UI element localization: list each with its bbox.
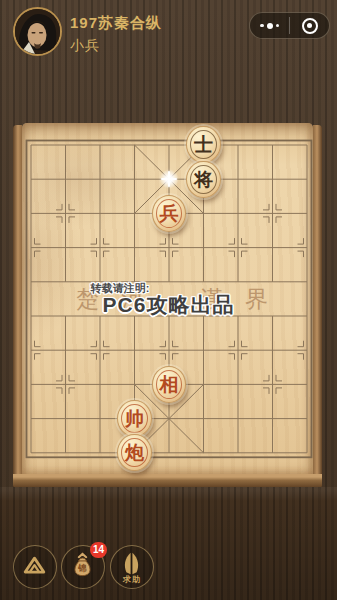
- last-move-highlight: [159, 169, 179, 189]
- piece-red-soldier[interactable]: 兵: [152, 195, 187, 232]
- miniprogram-capsule: [249, 12, 330, 39]
- menu-button[interactable]: [13, 545, 57, 589]
- player-rank: 小兵: [70, 35, 162, 55]
- top-bar: 197苏秦合纵 小兵: [0, 0, 337, 123]
- player-avatar[interactable]: [13, 7, 62, 56]
- board-points[interactable]: 士将兵相帅炮: [14, 128, 325, 470]
- three-dots-icon: [260, 24, 264, 28]
- header-titles: 197苏秦合纵 小兵: [70, 13, 162, 55]
- more-button[interactable]: [250, 13, 289, 38]
- piece-black-general[interactable]: 将: [186, 161, 221, 198]
- piece-red-cannon[interactable]: 炮: [117, 434, 152, 471]
- app-screen: 197苏秦合纵 小兵 楚河 漢界 转载请注明: PC6攻略出品 士将兵相帅炮: [0, 0, 337, 600]
- piece-red-elephant[interactable]: 相: [152, 366, 187, 403]
- help-button[interactable]: 求助: [110, 545, 154, 589]
- bag-character: 锦: [77, 563, 87, 573]
- piece-red-general[interactable]: 帅: [117, 400, 152, 437]
- help-label: 求助: [111, 574, 153, 585]
- board-bottom-edge: [13, 474, 322, 488]
- close-button[interactable]: [290, 13, 329, 38]
- bottom-bar: 锦 14 求助 36步: [0, 487, 337, 600]
- bag-badge: 14: [90, 542, 107, 558]
- tips-bag-button[interactable]: 锦 14: [61, 545, 105, 589]
- piece-black-advisor[interactable]: 士: [186, 126, 221, 163]
- chevron-up-icon: [14, 546, 55, 587]
- level-title: 197苏秦合纵: [70, 13, 162, 33]
- warrior-portrait-icon: [15, 9, 60, 54]
